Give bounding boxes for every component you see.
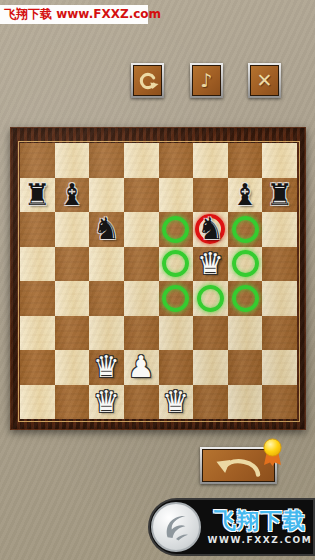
move-hint-ring [197,285,224,312]
square-b6[interactable] [55,212,90,247]
square-e7[interactable] [159,178,194,213]
square-g6[interactable] [228,212,263,247]
music-button[interactable]: ♪ [190,63,223,98]
square-h3[interactable] [262,316,297,351]
logo-title: 飞翔下载 [214,509,306,533]
square-c5[interactable] [89,247,124,282]
move-hint-ring [232,285,259,312]
square-e8[interactable] [159,143,194,178]
white-queen: ♛ [93,387,120,417]
black-knight: ♞ [93,214,120,244]
square-g2[interactable] [228,350,263,385]
square-f3[interactable] [193,316,228,351]
square-g5[interactable] [228,247,263,282]
logo-banner: 飞翔下载 WWW.FXXZ.COM [148,498,315,556]
square-c6[interactable]: ♞ [89,212,124,247]
square-b1[interactable] [55,385,90,420]
black-bishop: ♝ [232,180,259,210]
square-g8[interactable] [228,143,263,178]
square-f8[interactable] [193,143,228,178]
square-h1[interactable] [262,385,297,420]
square-f7[interactable] [193,178,228,213]
square-b7[interactable]: ♝ [55,178,90,213]
move-hint-ring [232,216,259,243]
logo-text-block: 飞翔下载 WWW.FXXZ.COM [205,509,315,545]
square-g7[interactable]: ♝ [228,178,263,213]
square-c8[interactable] [89,143,124,178]
close-button[interactable]: ✕ [248,63,281,98]
square-d3[interactable] [124,316,159,351]
square-b2[interactable] [55,350,90,385]
square-b8[interactable] [55,143,90,178]
square-g3[interactable] [228,316,263,351]
restart-button-face [133,65,162,96]
logo-url: WWW.FXXZ.COM [208,535,313,545]
watermark-text: 飞翔下载 www.FXXZ.com [4,6,161,23]
square-d5[interactable] [124,247,159,282]
square-g1[interactable] [228,385,263,420]
square-b4[interactable] [55,281,90,316]
black-bishop: ♝ [58,180,85,210]
logo-bird-badge [151,502,201,552]
black-rook: ♜ [24,180,51,210]
medal-icon [261,438,284,467]
square-d2[interactable]: ♟ [124,350,159,385]
square-c3[interactable] [89,316,124,351]
white-queen: ♛ [93,352,120,382]
square-a4[interactable] [20,281,55,316]
white-queen: ♛ [197,249,224,279]
square-h8[interactable] [262,143,297,178]
square-c2[interactable]: ♛ [89,350,124,385]
square-a7[interactable]: ♜ [20,178,55,213]
square-h5[interactable] [262,247,297,282]
square-f2[interactable] [193,350,228,385]
square-e1[interactable]: ♛ [159,385,194,420]
square-a2[interactable] [20,350,55,385]
square-a1[interactable] [20,385,55,420]
chess-board-frame: ♜♝♝♜♞♞♛♛♟♛♛ [10,127,306,430]
square-d4[interactable] [124,281,159,316]
square-f4[interactable] [193,281,228,316]
close-button-face: ✕ [250,65,279,96]
square-d8[interactable] [124,143,159,178]
square-f6[interactable]: ♞ [193,212,228,247]
undo-arrow-icon [212,453,266,479]
square-e5[interactable] [159,247,194,282]
black-knight: ♞ [197,214,224,244]
square-e3[interactable] [159,316,194,351]
white-pawn: ♟ [128,352,155,382]
square-a3[interactable] [20,316,55,351]
square-f5[interactable]: ♛ [193,247,228,282]
square-c4[interactable] [89,281,124,316]
music-note-icon: ♪ [200,71,212,90]
close-icon: ✕ [257,71,273,90]
square-c7[interactable] [89,178,124,213]
restart-icon [137,70,159,92]
square-b3[interactable] [55,316,90,351]
square-d6[interactable] [124,212,159,247]
square-e4[interactable] [159,281,194,316]
move-hint-ring [162,250,189,277]
square-f1[interactable] [193,385,228,420]
square-h6[interactable] [262,212,297,247]
white-queen: ♛ [162,387,189,417]
square-a5[interactable] [20,247,55,282]
square-a6[interactable] [20,212,55,247]
square-d1[interactable] [124,385,159,420]
square-b5[interactable] [55,247,90,282]
watermark-top: 飞翔下载 www.FXXZ.com [0,5,148,24]
black-rook: ♜ [266,180,293,210]
board-grid: ♜♝♝♜♞♞♛♛♟♛♛ [20,143,297,419]
music-button-face: ♪ [192,65,221,96]
restart-button[interactable] [131,63,164,98]
square-a8[interactable] [20,143,55,178]
square-g4[interactable] [228,281,263,316]
square-h7[interactable]: ♜ [262,178,297,213]
square-h2[interactable] [262,350,297,385]
square-e2[interactable] [159,350,194,385]
move-hint-ring [232,250,259,277]
square-d7[interactable] [124,178,159,213]
bird-logo-icon [159,510,193,544]
square-c1[interactable]: ♛ [89,385,124,420]
app-screen: 飞翔下载 www.FXXZ.com ♪ ✕ ♜♝♝♜♞♞♛♛♟♛♛ [0,0,315,560]
move-hint-ring [162,285,189,312]
square-e6[interactable] [159,212,194,247]
move-hint-ring [162,216,189,243]
square-h4[interactable] [262,281,297,316]
